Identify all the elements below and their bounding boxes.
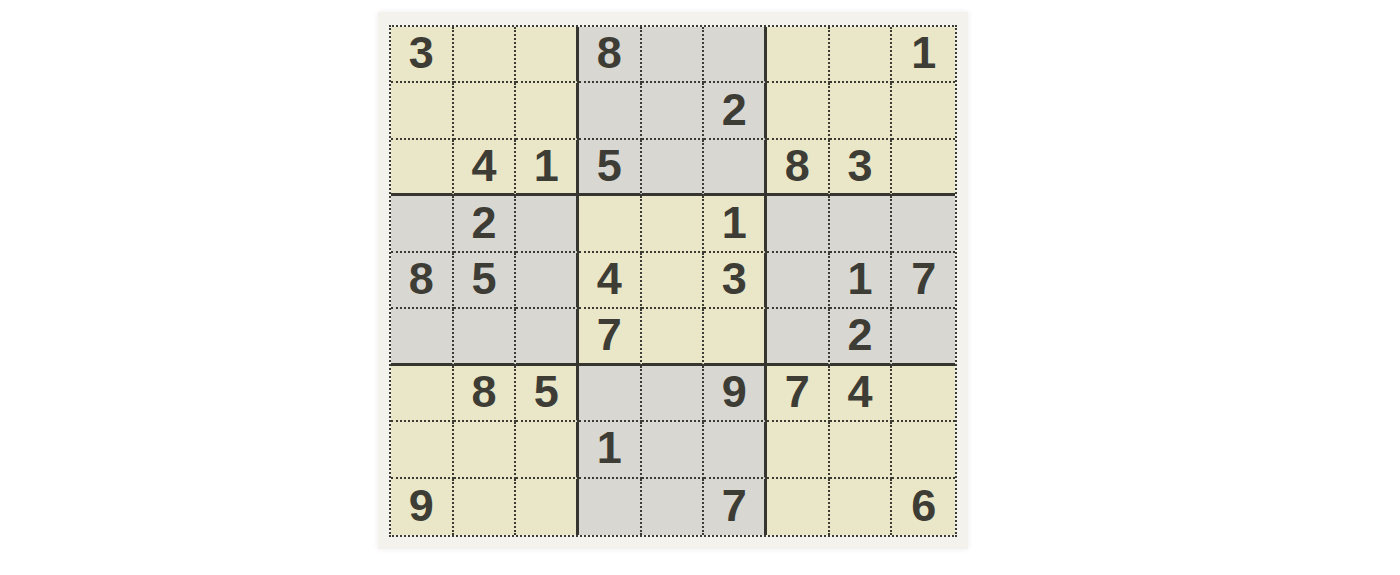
cell-r5c2-given-5: 5	[454, 253, 517, 309]
cell-r7c2-given-8: 8	[454, 366, 517, 422]
cell-r8c6-empty	[704, 422, 767, 478]
cell-r5c5-empty	[642, 253, 705, 309]
sudoku-board: 3812415832185431772859741976	[389, 25, 957, 537]
cell-r4c7-empty	[767, 196, 830, 252]
cell-r5c6-given-3: 3	[704, 253, 767, 309]
cell-r2c6-given-2: 2	[704, 83, 767, 139]
cell-r3c4-given-5: 5	[579, 140, 642, 196]
cell-r3c1-empty	[391, 140, 454, 196]
cell-r7c9-empty	[892, 366, 955, 422]
cell-r1c1-given-3: 3	[391, 27, 454, 83]
cell-r8c3-empty	[516, 422, 579, 478]
cell-r8c4-given-1: 1	[579, 422, 642, 478]
cell-r4c6-given-1: 1	[704, 196, 767, 252]
cell-r7c7-given-7: 7	[767, 366, 830, 422]
cell-r8c8-empty	[830, 422, 893, 478]
cell-r8c5-empty	[642, 422, 705, 478]
cell-r3c8-given-3: 3	[830, 140, 893, 196]
cell-r4c8-empty	[830, 196, 893, 252]
cell-r2c8-empty	[830, 83, 893, 139]
cell-r1c4-given-8: 8	[579, 27, 642, 83]
cell-r4c2-given-2: 2	[454, 196, 517, 252]
cell-r7c6-given-9: 9	[704, 366, 767, 422]
cell-r4c5-empty	[642, 196, 705, 252]
cell-r9c4-empty	[579, 479, 642, 535]
cell-r7c3-given-5: 5	[516, 366, 579, 422]
cell-r2c5-empty	[642, 83, 705, 139]
cell-r3c9-empty	[892, 140, 955, 196]
cell-r9c5-empty	[642, 479, 705, 535]
cell-r9c9-given-6: 6	[892, 479, 955, 535]
cell-r3c3-given-1: 1	[516, 140, 579, 196]
cell-r9c3-empty	[516, 479, 579, 535]
cell-r1c9-given-1: 1	[892, 27, 955, 83]
cell-r9c8-empty	[830, 479, 893, 535]
cell-r2c2-empty	[454, 83, 517, 139]
cell-r9c6-given-7: 7	[704, 479, 767, 535]
cell-r4c9-empty	[892, 196, 955, 252]
cell-r6c5-empty	[642, 309, 705, 365]
cell-r7c5-empty	[642, 366, 705, 422]
cell-r9c7-empty	[767, 479, 830, 535]
cell-r7c4-empty	[579, 366, 642, 422]
cell-r7c1-empty	[391, 366, 454, 422]
cell-r9c1-given-9: 9	[391, 479, 454, 535]
cell-r6c2-empty	[454, 309, 517, 365]
cell-r2c9-empty	[892, 83, 955, 139]
cell-r2c4-empty	[579, 83, 642, 139]
cell-r2c1-empty	[391, 83, 454, 139]
cell-r7c8-given-4: 4	[830, 366, 893, 422]
cell-r8c1-empty	[391, 422, 454, 478]
cell-r3c5-empty	[642, 140, 705, 196]
cell-r1c7-empty	[767, 27, 830, 83]
cell-r3c6-empty	[704, 140, 767, 196]
cell-r8c7-empty	[767, 422, 830, 478]
cell-r5c7-empty	[767, 253, 830, 309]
cell-r4c4-empty	[579, 196, 642, 252]
cell-r5c9-given-7: 7	[892, 253, 955, 309]
cell-r6c4-given-7: 7	[579, 309, 642, 365]
cell-r6c3-empty	[516, 309, 579, 365]
cell-r5c3-empty	[516, 253, 579, 309]
cell-r1c2-empty	[454, 27, 517, 83]
cell-r6c6-empty	[704, 309, 767, 365]
cell-r4c1-empty	[391, 196, 454, 252]
newspaper-scan: 3812415832185431772859741976	[378, 12, 968, 549]
cell-r1c3-empty	[516, 27, 579, 83]
cell-r8c9-empty	[892, 422, 955, 478]
cell-r6c7-empty	[767, 309, 830, 365]
cell-r4c3-empty	[516, 196, 579, 252]
cell-r5c4-given-4: 4	[579, 253, 642, 309]
cell-r2c7-empty	[767, 83, 830, 139]
page: 3812415832185431772859741976	[0, 0, 1400, 575]
cell-r1c6-empty	[704, 27, 767, 83]
cell-r6c8-given-2: 2	[830, 309, 893, 365]
cell-r9c2-empty	[454, 479, 517, 535]
cell-r1c5-empty	[642, 27, 705, 83]
cell-r5c8-given-1: 1	[830, 253, 893, 309]
cell-r8c2-empty	[454, 422, 517, 478]
cell-r1c8-empty	[830, 27, 893, 83]
cell-r3c7-given-8: 8	[767, 140, 830, 196]
cell-r2c3-empty	[516, 83, 579, 139]
cell-r5c1-given-8: 8	[391, 253, 454, 309]
cell-r3c2-given-4: 4	[454, 140, 517, 196]
cell-r6c9-empty	[892, 309, 955, 365]
cell-r6c1-empty	[391, 309, 454, 365]
